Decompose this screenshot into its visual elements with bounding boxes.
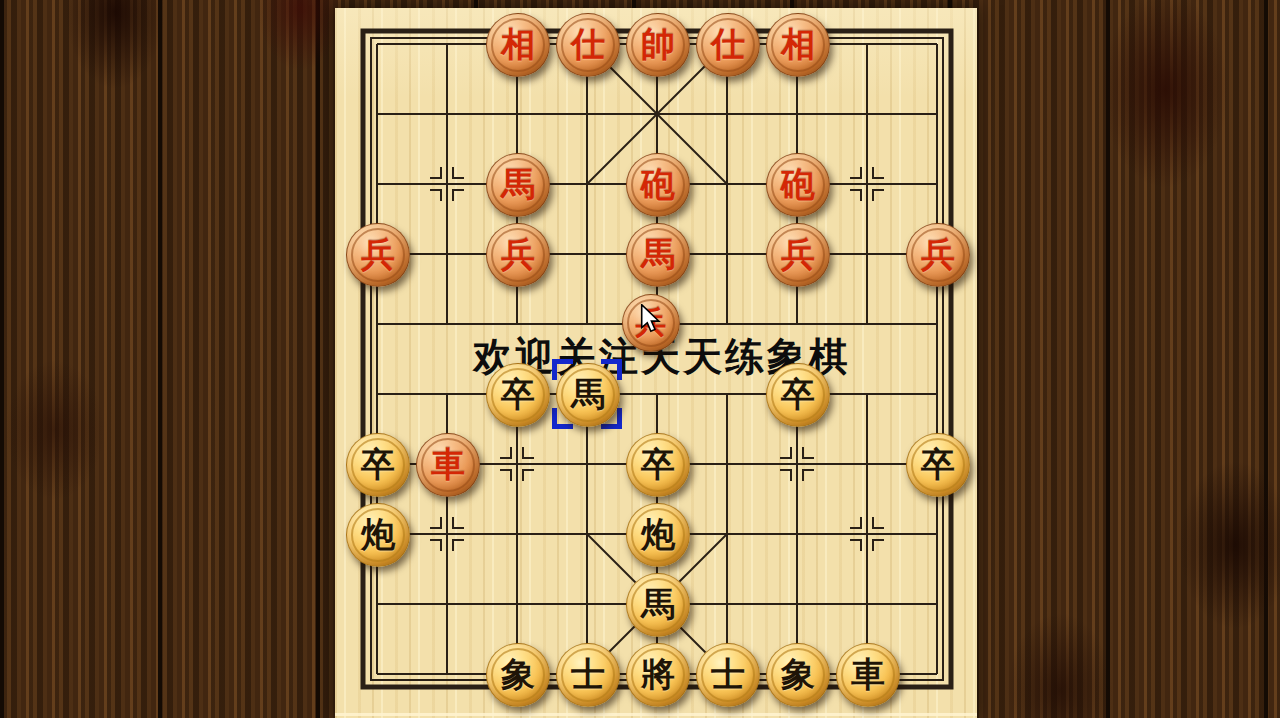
piece-character: 馬 [571, 372, 605, 418]
position-marker [873, 540, 884, 551]
position-marker [780, 470, 791, 481]
position-marker [453, 167, 464, 178]
piece-red-shuai-king[interactable]: 帥 [626, 13, 690, 77]
position-marker [850, 517, 861, 528]
piece-character: 兵 [501, 232, 535, 278]
position-marker [850, 540, 861, 551]
piece-character: 炮 [361, 512, 395, 558]
position-marker [873, 190, 884, 201]
position-marker [453, 190, 464, 201]
piece-black-pao-cannon[interactable]: 炮 [346, 503, 410, 567]
position-marker [430, 167, 441, 178]
piece-red-shi-advisor[interactable]: 仕 [696, 13, 760, 77]
piece-character: 馬 [641, 582, 675, 628]
position-marker [873, 167, 884, 178]
piece-red-ju-chariot[interactable]: 車 [416, 433, 480, 497]
piece-black-zu-pawn[interactable]: 卒 [766, 363, 830, 427]
piece-character: 車 [431, 442, 465, 488]
piece-character: 卒 [361, 442, 395, 488]
position-marker [803, 470, 814, 481]
piece-black-shi-advisor[interactable]: 士 [696, 643, 760, 707]
piece-character: 兵 [781, 232, 815, 278]
piece-character: 相 [781, 22, 815, 68]
piece-character: 兵 [921, 232, 955, 278]
piece-character: 士 [711, 652, 745, 698]
piece-character: 仕 [571, 22, 605, 68]
piece-black-jiang-king[interactable]: 將 [626, 643, 690, 707]
piece-character: 卒 [921, 442, 955, 488]
piece-character: 將 [641, 652, 675, 698]
piece-black-xiang-elephant[interactable]: 象 [766, 643, 830, 707]
piece-black-zu-pawn[interactable]: 卒 [346, 433, 410, 497]
piece-black-ju-chariot[interactable]: 車 [836, 643, 900, 707]
piece-black-pao-cannon[interactable]: 炮 [626, 503, 690, 567]
piece-black-xiang-elephant[interactable]: 象 [486, 643, 550, 707]
piece-red-bing-pawn[interactable]: 兵 [346, 223, 410, 287]
piece-character: 車 [851, 652, 885, 698]
piece-character: 士 [571, 652, 605, 698]
piece-character: 馬 [641, 232, 675, 278]
piece-character: 象 [501, 652, 535, 698]
piece-red-xiang-elephant[interactable]: 相 [766, 13, 830, 77]
piece-character: 馬 [501, 162, 535, 208]
piece-character: 卒 [501, 372, 535, 418]
piece-black-ma-horse[interactable]: 馬 [626, 573, 690, 637]
position-marker [523, 447, 534, 458]
position-marker [430, 190, 441, 201]
piece-black-zu-pawn[interactable]: 卒 [626, 433, 690, 497]
position-marker [873, 517, 884, 528]
piece-black-ma-horse[interactable]: 馬 [556, 363, 620, 427]
position-marker [803, 447, 814, 458]
piece-red-ma-horse[interactable]: 馬 [626, 223, 690, 287]
piece-red-pao-cannon[interactable]: 砲 [766, 153, 830, 217]
piece-character: 砲 [781, 162, 815, 208]
piece-red-bing-pawn[interactable]: 兵 [906, 223, 970, 287]
xiangqi-board[interactable]: 欢迎关注天天练象棋 相仕帥仕相馬砲砲兵兵馬兵兵兵卒馬卒卒車卒卒炮炮馬象士將士象車 [335, 8, 977, 718]
piece-character: 卒 [781, 372, 815, 418]
piece-character: 仕 [711, 22, 745, 68]
piece-character: 象 [781, 652, 815, 698]
piece-black-zu-pawn[interactable]: 卒 [906, 433, 970, 497]
position-marker [500, 447, 511, 458]
position-marker [453, 540, 464, 551]
position-marker [430, 540, 441, 551]
position-marker [850, 167, 861, 178]
piece-character: 炮 [641, 512, 675, 558]
app-background: { "game": "xiangqi (Chinese chess)", "ov… [0, 0, 1280, 718]
piece-red-xiang-elephant[interactable]: 相 [486, 13, 550, 77]
position-marker [500, 470, 511, 481]
mouse-cursor [640, 304, 662, 334]
piece-red-ma-horse[interactable]: 馬 [486, 153, 550, 217]
position-marker [780, 447, 791, 458]
piece-red-bing-pawn[interactable]: 兵 [766, 223, 830, 287]
position-marker [850, 190, 861, 201]
piece-character: 砲 [641, 162, 675, 208]
piece-black-shi-advisor[interactable]: 士 [556, 643, 620, 707]
position-marker [523, 470, 534, 481]
piece-red-pao-cannon[interactable]: 砲 [626, 153, 690, 217]
piece-red-bing-pawn[interactable]: 兵 [486, 223, 550, 287]
piece-character: 兵 [361, 232, 395, 278]
position-marker [430, 517, 441, 528]
position-marker [453, 517, 464, 528]
piece-character: 卒 [641, 442, 675, 488]
piece-black-zu-pawn[interactable]: 卒 [486, 363, 550, 427]
piece-character: 帥 [641, 22, 675, 68]
piece-red-shi-advisor[interactable]: 仕 [556, 13, 620, 77]
piece-character: 相 [501, 22, 535, 68]
